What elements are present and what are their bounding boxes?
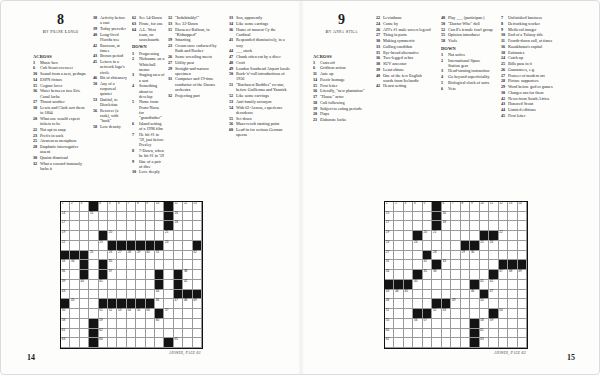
clue-item: 23Cream once endorsed by Ruth and Rocker: [168, 43, 217, 53]
white-cell: [394, 299, 403, 309]
clue-number: 27: [168, 60, 172, 65]
cell-number: 37: [109, 270, 112, 273]
puzzle-9-clue-column-2: 22Leviathans24Came by26AFI's #1 male scr…: [376, 15, 432, 197]
cell-number: 16: [442, 212, 445, 215]
clue-text: Love deeply: [139, 169, 160, 174]
clue-text: 7-Down, when he hit #1 in '59: [139, 148, 164, 158]
clue-list-heading: ACROSS: [33, 54, 88, 59]
clue-text: Music box: [40, 60, 58, 65]
cell-number: 49: [193, 299, 196, 302]
clue-number: 10: [501, 32, 505, 37]
white-cell: [99, 221, 108, 231]
cell-number: 3: [405, 202, 407, 205]
white-cell: 8: [461, 202, 470, 212]
clue-item: 27Thing in ports: [376, 32, 432, 37]
cell-number: 46: [156, 299, 159, 302]
puzzle-9-clue-column-3: 48Play ___ (participate)50"Doctor Who" d…: [441, 15, 493, 197]
clue-item: 20Flaps: [313, 111, 370, 116]
cell-number: 29: [461, 251, 464, 254]
clue-text: Gridiron action: [320, 65, 346, 70]
white-cell: [432, 329, 441, 339]
white-cell: [451, 212, 460, 222]
white-cell: [70, 338, 79, 348]
white-cell: [146, 270, 155, 280]
white-cell: 52: [108, 309, 117, 319]
clue-text: Bills pass in it: [508, 61, 532, 66]
cell-number: 27: [118, 251, 121, 254]
cell-number: 2: [71, 202, 73, 205]
white-cell: 3: [404, 202, 413, 212]
clue-text: Like some carvings: [236, 93, 269, 98]
clue-number: 56: [229, 121, 233, 126]
white-cell: [508, 299, 517, 309]
clue-text: Nickname on a Whitehall memo: [139, 56, 164, 71]
white-cell: [183, 251, 192, 261]
cell-number: 9: [471, 202, 473, 205]
clue-item: 56Recover (a cask), with "back": [93, 108, 127, 123]
clue-text: Pirate, for one: [139, 21, 163, 26]
clue-number: 27: [501, 73, 505, 78]
white-cell: [461, 329, 470, 339]
clue-text: Making symmetric: [383, 38, 415, 43]
cell-number: 57: [424, 319, 427, 322]
white-cell: [193, 309, 202, 319]
white-cell: [413, 260, 422, 270]
cell-number: 43: [62, 290, 65, 293]
white-cell: [70, 270, 79, 280]
clue-number: 30: [501, 90, 505, 95]
cell-number: 42: [184, 280, 187, 283]
cell-number: 47: [174, 299, 177, 302]
cell-number: 2: [395, 202, 397, 205]
white-cell: [117, 338, 126, 348]
clue-item: 51"Bucharest Buddies" co-star, before Gu…: [229, 82, 291, 92]
white-cell: [117, 319, 126, 329]
clue-item: 4Go beyond superficiality: [441, 74, 493, 79]
clue-number: 6: [441, 86, 443, 91]
white-cell: [70, 221, 79, 231]
puzzle-8-header: 8 By Frank Longo: [33, 13, 88, 34]
book-spread: 8 By Frank Longo 9 By Anna Stiga ACROSS1…: [0, 0, 600, 375]
clue-number: 24: [501, 55, 505, 60]
cell-number: 11: [490, 202, 493, 205]
white-cell: [442, 231, 451, 241]
clue-text: Recover (a cask), with "back": [100, 108, 118, 123]
clue-text: Croft: [236, 60, 245, 65]
clue-number: 53: [93, 97, 97, 102]
clue-text: Staging area of a sort: [139, 72, 164, 82]
white-cell: 53: [442, 309, 451, 319]
white-cell: [461, 290, 470, 300]
white-cell: 26: [489, 241, 498, 251]
white-cell: 9: [470, 202, 479, 212]
white-cell: [451, 270, 460, 280]
clue-number: 15: [33, 83, 37, 88]
white-cell: 32: [193, 251, 202, 261]
white-cell: [508, 241, 517, 251]
white-cell: [183, 329, 192, 339]
cell-number: 31: [386, 260, 389, 263]
white-cell: [451, 251, 460, 261]
clue-number: 18: [33, 105, 37, 110]
cell-number: 45: [71, 299, 74, 302]
clue-item: 45First letter: [501, 113, 563, 118]
clue-text: Cult following: [320, 100, 345, 105]
white-cell: [174, 251, 183, 261]
clue-item: 4Something about to develop: [132, 83, 165, 98]
clue-text: Son, apparently: [236, 15, 262, 20]
clue-text: Straight-and-narrow specimen: [175, 66, 209, 76]
white-cell: 25: [480, 241, 489, 251]
white-cell: 48: [183, 299, 192, 309]
white-cell: [136, 270, 145, 280]
clue-item: 40One of the few English words from Icel…: [376, 73, 432, 83]
clue-text: Not apt to snap: [40, 127, 65, 132]
clue-number: 64: [132, 27, 136, 32]
clue-text: Throat soother: [40, 99, 65, 104]
white-cell: 46: [155, 299, 164, 309]
clue-item: 46Bit of chicanery: [93, 75, 127, 80]
clue-text: Raccoon, at times: [100, 43, 120, 53]
clue-item: 49London Southend Airport locale: [229, 66, 291, 71]
clue-list-heading: DOWN: [441, 46, 493, 51]
clue-number: 21: [313, 117, 317, 122]
clue-list-heading: DOWN: [132, 44, 165, 49]
white-cell: [489, 221, 498, 231]
clue-number: 24: [376, 21, 380, 26]
white-cell: [489, 338, 498, 348]
white-cell: 34: [70, 260, 79, 270]
white-cell: [99, 212, 108, 222]
clue-number: 36: [229, 27, 233, 32]
clue-number: 56: [93, 108, 97, 113]
clue-number: 48: [229, 60, 233, 65]
black-cell: [164, 202, 173, 212]
white-cell: [413, 212, 422, 222]
white-cell: [89, 290, 98, 300]
white-cell: [164, 329, 173, 339]
white-cell: [451, 329, 460, 339]
cell-number: 28: [433, 251, 436, 254]
clue-number: 34: [229, 21, 233, 26]
cell-number: 4: [414, 202, 416, 205]
white-cell: 10: [480, 202, 489, 212]
clue-number: 11: [313, 71, 317, 76]
white-cell: [432, 290, 441, 300]
clue-item: 87-Down, when he hit #1 in '59: [132, 148, 165, 158]
clue-text: Brown period: [100, 53, 123, 58]
white-cell: 21: [432, 231, 441, 241]
clue-text: Chunk often cut by a dicer: [236, 54, 281, 59]
white-cell: [442, 270, 451, 280]
white-cell: [174, 231, 183, 241]
cell-number: 63: [62, 338, 65, 341]
puzzle-byline: By Frank Longo: [33, 29, 88, 34]
clue-text: First letter: [508, 113, 525, 118]
clue-item: 6Cub Scout overseer: [33, 65, 88, 70]
clue-text: Viols: [448, 38, 457, 43]
white-cell: [461, 338, 470, 348]
cell-number: 20: [109, 231, 112, 234]
clue-number: 43: [93, 53, 97, 58]
clue-number: 19: [168, 37, 172, 42]
clue-item: 39Least obtuse: [376, 67, 432, 72]
clue-text: "Indubitably!": [175, 15, 199, 20]
cell-number: 51: [386, 309, 389, 312]
clue-text: What one would expect tickets to be: [40, 116, 80, 126]
white-cell: 24: [164, 241, 173, 251]
clue-number: 30: [33, 155, 37, 160]
clue-item: 12"Indubitably!": [168, 15, 217, 20]
white-cell: [518, 309, 527, 319]
clue-text: Kazakhstan's capital: [508, 44, 542, 49]
white-cell: [146, 260, 155, 270]
white-cell: 24: [413, 241, 422, 251]
cell-number: 22: [62, 241, 65, 244]
white-cell: [404, 212, 413, 222]
clue-number: 18: [313, 100, 317, 105]
clue-text: Set down: [236, 116, 252, 121]
cell-number: 11: [174, 202, 177, 205]
clue-number: 63: [132, 21, 136, 26]
white-cell: [164, 251, 173, 261]
clue-text: Leviathans: [383, 15, 401, 20]
clue-number: 1: [132, 51, 134, 56]
clue-text: Activity before a cast: [100, 15, 125, 25]
white-cell: [146, 231, 155, 241]
white-cell: [80, 212, 89, 222]
white-cell: [413, 290, 422, 300]
clue-text: Two-legged zebra: [383, 55, 413, 60]
white-cell: 22: [61, 241, 70, 251]
cell-number: 7: [452, 202, 454, 205]
cell-number: 54: [499, 309, 502, 312]
white-cell: 37: [499, 270, 508, 280]
clue-number: 38: [93, 15, 97, 20]
page-number-left: 14: [27, 353, 35, 362]
clue-number: 1: [441, 52, 443, 57]
clue-item: 56Mass-revolt starting point: [229, 121, 291, 126]
clue-number: 4: [132, 83, 134, 88]
clue-item: 2International Space Station gear: [441, 58, 493, 68]
clue-text: AFI's #1 male screen legend: [383, 27, 431, 32]
cell-number: 25: [90, 251, 93, 254]
white-cell: [518, 241, 527, 251]
white-cell: 30: [470, 251, 479, 261]
white-cell: [499, 251, 508, 261]
puzzle-8-clue-column-1: ACROSS1Music box6Cub Scout overseer10Sou…: [33, 51, 88, 197]
clue-text: See 32-Down: [175, 21, 198, 26]
clue-item: 36Two-legged zebra: [376, 55, 432, 60]
clue-text: News from South Africa: [508, 96, 549, 101]
clue-item: 16Water between two Erie Canal locks: [33, 88, 88, 98]
white-cell: [518, 212, 527, 222]
clue-item: 26AFI's #1 male screen legend: [376, 27, 432, 32]
cell-number: 15: [90, 212, 93, 215]
clue-number: 2: [441, 58, 443, 63]
clue-item: 26Some wrestling meets: [168, 54, 217, 59]
white-cell: [164, 270, 173, 280]
cell-number: 21: [165, 231, 168, 234]
cell-number: 29: [137, 251, 140, 254]
white-cell: [183, 309, 192, 319]
clue-text: He hit #1 in '59, just before Presley: [139, 132, 164, 147]
white-cell: [183, 338, 192, 348]
clue-item: 63Pirate, for one: [132, 21, 165, 26]
white-cell: 35: [423, 270, 432, 280]
white-cell: [193, 270, 202, 280]
clue-number: 8: [501, 21, 503, 26]
white-cell: 47: [489, 290, 498, 300]
clue-number: 53: [229, 99, 233, 104]
cell-number: 9: [146, 202, 148, 205]
white-cell: [80, 319, 89, 329]
white-cell: [183, 231, 192, 241]
white-cell: 15: [89, 212, 98, 222]
clue-item: 33Son, apparently: [229, 15, 291, 20]
clue-text: With 62-Across, experience decadence: [236, 105, 283, 115]
white-cell: [480, 221, 489, 231]
cell-number: 31: [156, 251, 159, 254]
white-cell: 56: [146, 309, 155, 319]
clue-number: 26: [168, 54, 172, 59]
clue-number: 14: [313, 77, 317, 82]
white-cell: [404, 299, 413, 309]
white-cell: [442, 319, 451, 329]
cell-number: 4: [99, 202, 101, 205]
clue-number: 23: [33, 133, 37, 138]
white-cell: [89, 221, 98, 231]
cell-number: 34: [386, 270, 389, 273]
clue-text: Unfinished business: [508, 15, 542, 20]
white-cell: [174, 241, 183, 251]
cell-number: 61: [480, 329, 483, 332]
clue-text: Galling candidate: [383, 44, 413, 49]
clue-item: 44Limited editions: [501, 107, 563, 112]
white-cell: 40: [413, 280, 422, 290]
clue-item: 10End of a Tolstoy title: [501, 32, 563, 37]
clue-list-heading: ACROSS: [313, 54, 370, 59]
clue-text: Go beyond superficiality: [448, 74, 490, 79]
black-cell: [432, 212, 441, 222]
cell-number: 32: [193, 251, 196, 254]
clue-number: 46: [93, 75, 97, 80]
white-cell: [117, 280, 126, 290]
clue-text: Cub Scout overseer: [40, 65, 73, 70]
cell-number: 22: [499, 231, 502, 234]
black-cell: [174, 280, 183, 290]
white-cell: 23: [99, 241, 108, 251]
cell-number: 38: [184, 270, 187, 273]
clue-number: 35: [376, 50, 380, 55]
white-cell: 57: [164, 309, 173, 319]
clue-number: 12: [168, 15, 172, 20]
cell-number: 1: [62, 202, 64, 205]
clue-item: 40Long-lived Florida tree: [93, 32, 127, 42]
white-cell: [193, 338, 202, 348]
clue-item: 18Lewis and Clark sort them in 1804: [33, 105, 88, 115]
white-cell: 43: [61, 290, 70, 300]
white-cell: [89, 280, 98, 290]
clue-text: Medieval imager: [508, 27, 537, 32]
clue-number: 16: [313, 88, 317, 93]
clue-number: 7: [501, 15, 503, 20]
white-cell: 60: [155, 319, 164, 329]
white-cell: [442, 338, 451, 348]
clue-text: Guarantees, e.g.: [508, 67, 535, 72]
clue-number: 8: [132, 148, 134, 153]
clue-text: Limited editions: [508, 107, 536, 112]
clue-number: 42: [93, 43, 97, 48]
clue-item: 7He hit #1 in '59, just before Presley: [132, 132, 165, 147]
cell-number: 23: [99, 241, 102, 244]
cell-number: 37: [499, 270, 502, 273]
cell-number: 30: [471, 251, 474, 254]
clue-text: Lead-in for serious German operas: [236, 127, 282, 137]
clue-text: Long-lived Florida tree: [100, 32, 119, 42]
clue-text: "Bucharest Buddies" co-star, before Guil…: [236, 82, 287, 92]
white-cell: [508, 221, 517, 231]
white-cell: [164, 319, 173, 329]
clue-item: 9One of a pair of dice: [132, 159, 165, 169]
cell-number: 17: [386, 221, 389, 224]
clue-item: 29Word before god or games: [501, 84, 563, 89]
clue-number: 22: [376, 15, 380, 20]
cell-number: 65: [174, 338, 177, 341]
white-cell: [404, 231, 413, 241]
clue-item: 1Progressing: [132, 51, 165, 56]
answer-note-puzzle-8: Answer, Page 61: [101, 350, 201, 355]
cell-number: 44: [395, 290, 398, 293]
white-cell: [432, 319, 441, 329]
cell-number: 36: [62, 270, 65, 273]
clue-text: Rye-bread alternative: [383, 50, 419, 55]
clue-number: 49: [229, 66, 233, 71]
white-cell: [193, 329, 202, 339]
black-cell: [89, 338, 98, 348]
cell-number: 64: [99, 338, 102, 341]
clue-text: International Space Station gear: [448, 58, 480, 68]
clue-number: 41: [229, 37, 233, 42]
clue-text: Home of mascot Cy the Cardinal: [236, 27, 276, 37]
clue-item: 33Galling candidate: [376, 44, 432, 49]
white-cell: [489, 212, 498, 222]
clue-number: 42: [376, 83, 380, 88]
clue-number: 3: [441, 68, 443, 73]
clue-item: 16Kazakhstan's capital: [501, 44, 563, 49]
clue-text: Play ___ (participate): [448, 15, 484, 20]
clue-item: 9Medieval imager: [501, 27, 563, 32]
clue-text: Water between two Erie Canal locks: [40, 88, 80, 98]
white-cell: [499, 212, 508, 222]
clue-item: 54With 62-Across, experience decadence: [229, 105, 291, 115]
clue-text: Ante up: [320, 71, 333, 76]
cell-number: 5: [109, 202, 111, 205]
cell-number: 24: [165, 241, 168, 244]
white-cell: [451, 260, 460, 270]
white-cell: [174, 309, 183, 319]
cell-number: 54: [127, 309, 130, 312]
cell-number: 52: [109, 309, 112, 312]
clue-text: Veto: [448, 86, 456, 91]
white-cell: [442, 280, 451, 290]
clue-item: 15Ebenezer Balfour, in "Kidnapped": [168, 27, 217, 37]
clue-number: 32: [33, 161, 37, 166]
cell-number: 5: [424, 202, 426, 205]
clue-text: Thing in ports: [383, 32, 407, 37]
clue-number: 45: [93, 59, 97, 64]
cell-number: 27: [386, 251, 389, 254]
